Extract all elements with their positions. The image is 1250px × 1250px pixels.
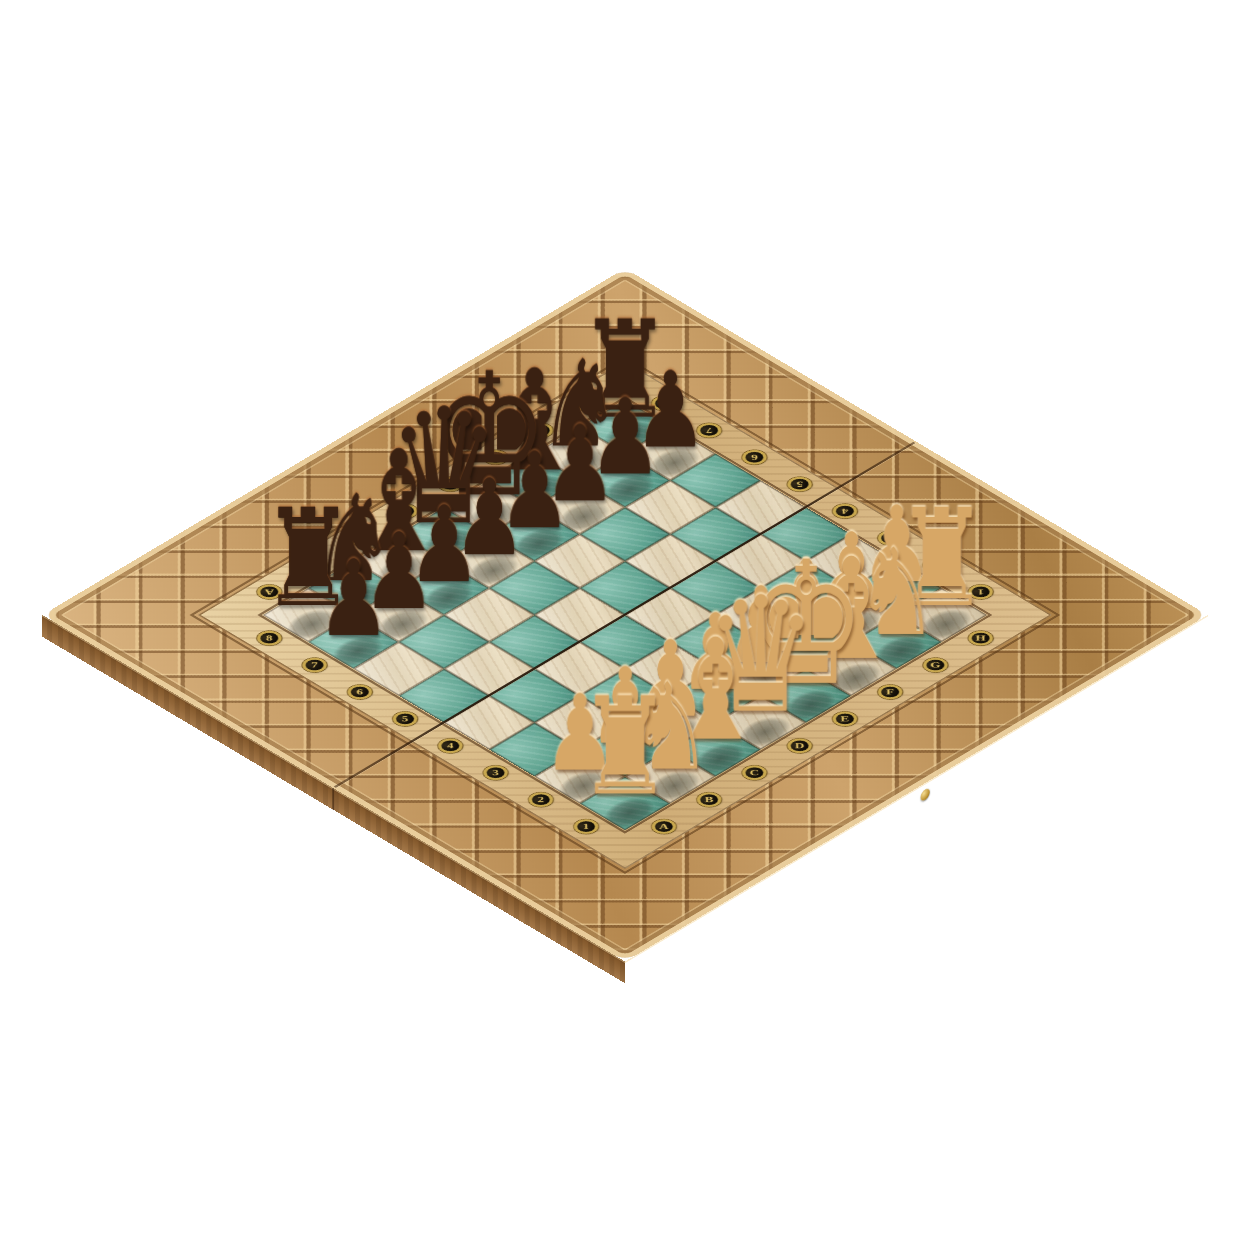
coordinate-label: D [396, 506, 414, 517]
coordinate-label: F [487, 452, 505, 463]
coordinate-label: 6 [745, 452, 763, 463]
coordinate-label: G [532, 425, 550, 436]
coordinate-label: E [441, 479, 459, 490]
fold-seam-side [332, 787, 334, 810]
board-frame: ♜♞♝♛♚♝♞♜♟♟♟♟♟♟♟♟♟♟♟♟♟♟♟♟♜♞♝♛♚♝♞♜ AABBCCD… [42, 268, 1207, 961]
chess-grid: ♜♞♝♛♚♝♞♜♟♟♟♟♟♟♟♟♟♟♟♟♟♟♟♟♜♞♝♛♚♝♞♜ [263, 400, 987, 831]
board-3d-assembly: ♜♞♝♛♚♝♞♜♟♟♟♟♟♟♟♟♟♟♟♟♟♟♟♟♜♞♝♛♚♝♞♜ AABBCCD… [42, 268, 1207, 961]
coordinate-label: H [577, 398, 595, 409]
coordinate-label: 4 [836, 506, 854, 517]
chess-board-photo: ♜♞♝♛♚♝♞♜♟♟♟♟♟♟♟♟♟♟♟♟♟♟♟♟♜♞♝♛♚♝♞♜ AABBCCD… [0, 0, 1250, 1250]
coordinate-label: A [260, 587, 278, 598]
coordinate-label: 5 [791, 479, 809, 490]
coordinate-label: 8 [655, 398, 673, 409]
coordinate-label: 7 [700, 425, 718, 436]
coordinate-label: 1 [972, 587, 990, 598]
brass-clasp-pin [921, 787, 930, 803]
